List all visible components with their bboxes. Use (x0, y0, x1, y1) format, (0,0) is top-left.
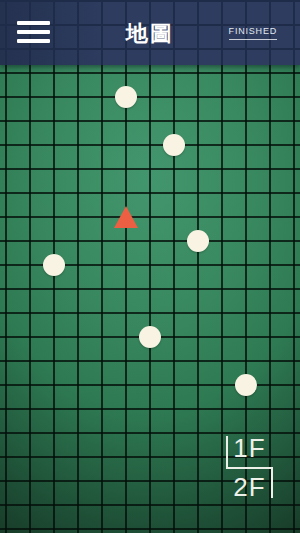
map-dot-marker[interactable] (163, 134, 185, 156)
map-board: 1F 2F (0, 0, 300, 533)
floor-label-2f[interactable]: 2F (227, 474, 272, 500)
floor-label-1f[interactable]: 1F (227, 435, 272, 461)
map-dot-marker[interactable] (115, 86, 137, 108)
map-dot-marker[interactable] (43, 254, 65, 276)
map-dot-marker[interactable] (235, 374, 257, 396)
floor-indicator[interactable]: 1F 2F (215, 430, 290, 510)
map-dot-marker[interactable] (139, 326, 161, 348)
top-bar: 地圖 FINISHED (0, 0, 300, 65)
map-dot-marker[interactable] (187, 230, 209, 252)
finished-status-button[interactable]: FINISHED (229, 26, 277, 40)
player-triangle-marker (114, 206, 138, 228)
app-screen: 1F 2F 地圖 FINISHED (0, 0, 300, 533)
